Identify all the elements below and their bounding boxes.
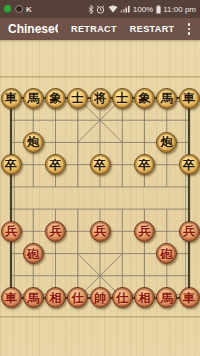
app-bar: ChineseCh... RETRACT RESTART <box>0 18 200 40</box>
piece-red-仕[interactable]: 仕 <box>67 287 88 308</box>
wood-plank-seam <box>0 76 200 78</box>
piece-black-馬[interactable]: 馬 <box>156 88 177 109</box>
overflow-menu-icon[interactable] <box>186 21 193 37</box>
clock-time: 11:00 pm <box>163 5 196 14</box>
bluetooth-icon <box>88 5 94 14</box>
piece-red-砲[interactable]: 砲 <box>23 243 44 264</box>
app-title: ChineseCh... <box>8 22 58 36</box>
piece-black-士[interactable]: 士 <box>67 88 88 109</box>
piece-red-兵[interactable]: 兵 <box>179 221 200 242</box>
roaming-k-icon: K <box>26 5 32 14</box>
piece-black-象[interactable]: 象 <box>45 88 66 109</box>
piece-red-兵[interactable]: 兵 <box>1 221 22 242</box>
piece-red-馬[interactable]: 馬 <box>156 287 177 308</box>
status-bar: K 100% 11 <box>0 0 200 18</box>
piece-black-士[interactable]: 士 <box>112 88 133 109</box>
piece-black-炮[interactable]: 炮 <box>156 132 177 153</box>
battery-percent: 100% <box>133 5 153 14</box>
piece-red-相[interactable]: 相 <box>45 287 66 308</box>
data-saver-circle-icon <box>15 5 23 13</box>
wood-plank-seam <box>0 316 200 318</box>
piece-black-将[interactable]: 将 <box>90 88 111 109</box>
piece-red-兵[interactable]: 兵 <box>45 221 66 242</box>
piece-black-卒[interactable]: 卒 <box>90 154 111 175</box>
wifi-icon <box>108 5 118 13</box>
piece-black-馬[interactable]: 馬 <box>23 88 44 109</box>
piece-red-帥[interactable]: 帥 <box>90 287 111 308</box>
restart-button[interactable]: RESTART <box>130 24 175 34</box>
piece-red-馬[interactable]: 馬 <box>23 287 44 308</box>
piece-red-相[interactable]: 相 <box>134 287 155 308</box>
status-bar-right: 100% 11:00 pm <box>88 5 196 14</box>
piece-red-仕[interactable]: 仕 <box>112 287 133 308</box>
piece-black-卒[interactable]: 卒 <box>45 154 66 175</box>
piece-red-兵[interactable]: 兵 <box>134 221 155 242</box>
piece-black-卒[interactable]: 卒 <box>1 154 22 175</box>
notification-green-dot-icon <box>4 5 12 13</box>
piece-black-車[interactable]: 車 <box>1 88 22 109</box>
phone-screen: K 100% 11 <box>0 0 200 356</box>
piece-black-卒[interactable]: 卒 <box>134 154 155 175</box>
status-bar-left: K <box>4 5 85 14</box>
retract-button[interactable]: RETRACT <box>71 24 117 34</box>
battery-icon <box>156 5 161 14</box>
piece-black-車[interactable]: 車 <box>179 88 200 109</box>
piece-red-車[interactable]: 車 <box>1 287 22 308</box>
piece-red-砲[interactable]: 砲 <box>156 243 177 264</box>
alarm-icon <box>96 5 105 14</box>
cell-signal-icon <box>120 5 130 13</box>
piece-black-象[interactable]: 象 <box>134 88 155 109</box>
piece-red-兵[interactable]: 兵 <box>90 221 111 242</box>
piece-black-炮[interactable]: 炮 <box>23 132 44 153</box>
piece-black-卒[interactable]: 卒 <box>179 154 200 175</box>
piece-red-車[interactable]: 車 <box>179 287 200 308</box>
